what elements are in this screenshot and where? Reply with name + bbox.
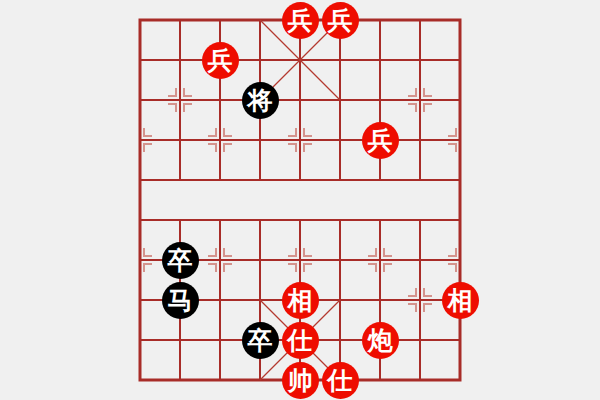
board-point[interactable] — [240, 120, 280, 160]
board-point[interactable] — [240, 40, 280, 80]
board-point[interactable]: 炮 — [360, 320, 400, 360]
piece-black-soldier[interactable]: 卒 — [242, 322, 279, 359]
board-point[interactable] — [400, 0, 440, 40]
board-point[interactable]: 马 — [160, 280, 200, 320]
board-point[interactable] — [440, 0, 480, 40]
piece-red-advisor[interactable]: 仕 — [282, 322, 319, 359]
board-point[interactable] — [160, 160, 200, 200]
board-point[interactable]: 兵 — [200, 40, 240, 80]
piece-red-soldier[interactable]: 兵 — [322, 2, 359, 39]
board-point[interactable] — [440, 200, 480, 240]
piece-red-soldier[interactable]: 兵 — [362, 122, 399, 159]
piece-red-soldier[interactable]: 兵 — [282, 2, 319, 39]
board-point[interactable] — [280, 40, 320, 80]
board-point[interactable] — [320, 200, 360, 240]
board-point[interactable] — [160, 200, 200, 240]
board-point[interactable] — [120, 0, 160, 40]
board-point[interactable] — [360, 160, 400, 200]
board-point[interactable] — [160, 120, 200, 160]
board-point[interactable] — [320, 240, 360, 280]
board-point[interactable]: 相 — [440, 280, 480, 320]
board-point[interactable] — [400, 200, 440, 240]
board-point[interactable] — [320, 160, 360, 200]
board-point[interactable] — [120, 200, 160, 240]
board-point[interactable] — [440, 80, 480, 120]
board-point[interactable] — [160, 320, 200, 360]
board-point[interactable]: 相 — [280, 280, 320, 320]
board-point[interactable]: 仕 — [280, 320, 320, 360]
board-point[interactable] — [200, 80, 240, 120]
board-point[interactable] — [280, 80, 320, 120]
piece-red-cannon[interactable]: 炮 — [362, 322, 399, 359]
board-point[interactable] — [320, 80, 360, 120]
board-point[interactable]: 兵 — [320, 0, 360, 40]
board-point[interactable]: 兵 — [280, 0, 320, 40]
board-point[interactable] — [320, 280, 360, 320]
board-point[interactable] — [400, 40, 440, 80]
board-point[interactable] — [200, 0, 240, 40]
piece-red-general[interactable]: 帅 — [282, 362, 319, 399]
board-point[interactable] — [280, 120, 320, 160]
piece-black-soldier[interactable]: 卒 — [162, 242, 199, 279]
board-point[interactable] — [120, 40, 160, 80]
board-point[interactable] — [120, 160, 160, 200]
board-point[interactable] — [240, 360, 280, 400]
board-point[interactable] — [360, 240, 400, 280]
board-point[interactable]: 卒 — [240, 320, 280, 360]
board-point[interactable] — [240, 0, 280, 40]
board-point[interactable] — [400, 360, 440, 400]
board-point[interactable] — [120, 320, 160, 360]
piece-black-general[interactable]: 将 — [242, 82, 279, 119]
piece-red-soldier[interactable]: 兵 — [202, 42, 239, 79]
piece-black-horse[interactable]: 马 — [162, 282, 199, 319]
board-point[interactable] — [320, 40, 360, 80]
board-point[interactable] — [240, 160, 280, 200]
board-point[interactable] — [160, 80, 200, 120]
board-point[interactable] — [160, 360, 200, 400]
board-point[interactable] — [120, 360, 160, 400]
board-point[interactable] — [440, 360, 480, 400]
board-point[interactable] — [280, 240, 320, 280]
board-point[interactable] — [440, 40, 480, 80]
board-point[interactable] — [360, 200, 400, 240]
board-point[interactable] — [240, 280, 280, 320]
board-point[interactable] — [200, 280, 240, 320]
board-point[interactable]: 兵 — [360, 120, 400, 160]
board-point[interactable]: 将 — [240, 80, 280, 120]
board-point[interactable] — [440, 240, 480, 280]
piece-red-elephant[interactable]: 相 — [282, 282, 319, 319]
board-point[interactable] — [240, 200, 280, 240]
board-point[interactable] — [440, 160, 480, 200]
xiangqi-board: 兵兵兵将兵卒马相相卒仕炮帅仕 — [0, 0, 600, 400]
board-point[interactable] — [400, 160, 440, 200]
board-point[interactable] — [360, 40, 400, 80]
board-point[interactable] — [160, 0, 200, 40]
board-point[interactable] — [400, 80, 440, 120]
board-point[interactable] — [440, 120, 480, 160]
board-point[interactable] — [240, 240, 280, 280]
board-point[interactable] — [120, 120, 160, 160]
piece-grid: 兵兵兵将兵卒马相相卒仕炮帅仕 — [120, 0, 480, 400]
board-point[interactable] — [360, 80, 400, 120]
board-point[interactable] — [440, 320, 480, 360]
board-point[interactable]: 仕 — [320, 360, 360, 400]
board-point[interactable] — [320, 120, 360, 160]
board-point[interactable]: 帅 — [280, 360, 320, 400]
board-point[interactable] — [200, 200, 240, 240]
board-point[interactable] — [200, 240, 240, 280]
board-point[interactable] — [400, 280, 440, 320]
piece-red-advisor[interactable]: 仕 — [322, 362, 359, 399]
board-point[interactable] — [360, 0, 400, 40]
board-point[interactable] — [360, 360, 400, 400]
board-point[interactable] — [120, 80, 160, 120]
board-point[interactable] — [200, 160, 240, 200]
board-point[interactable] — [320, 320, 360, 360]
board-point[interactable] — [280, 160, 320, 200]
board-point[interactable] — [120, 280, 160, 320]
board-point[interactable] — [200, 120, 240, 160]
board-point[interactable] — [160, 40, 200, 80]
board-point[interactable] — [200, 320, 240, 360]
board-point[interactable] — [400, 120, 440, 160]
board-point[interactable] — [360, 280, 400, 320]
board-point[interactable] — [400, 320, 440, 360]
piece-red-elephant[interactable]: 相 — [442, 282, 479, 319]
board-point[interactable]: 卒 — [160, 240, 200, 280]
board-point[interactable] — [120, 240, 160, 280]
board-point[interactable] — [400, 240, 440, 280]
board-point[interactable] — [200, 360, 240, 400]
board-point[interactable] — [280, 200, 320, 240]
